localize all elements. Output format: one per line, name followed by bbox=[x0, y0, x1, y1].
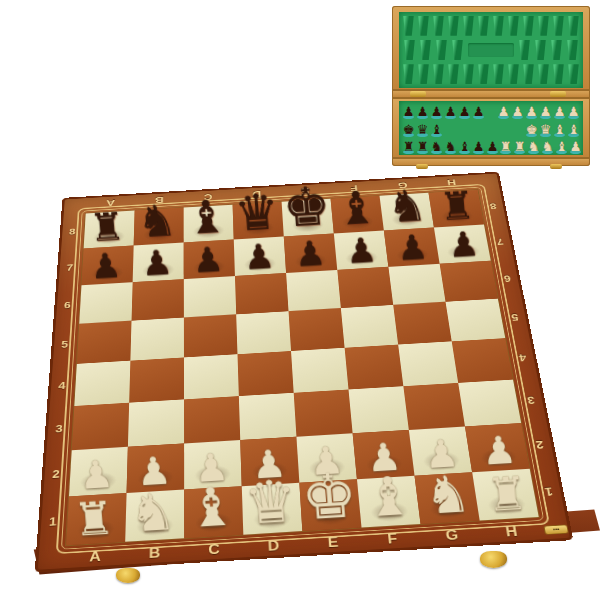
white-knight-g1: ♞ bbox=[416, 468, 479, 523]
square-d4 bbox=[237, 351, 293, 396]
rank-label-1: 1 bbox=[39, 497, 68, 547]
brass-hinge-icon bbox=[410, 91, 426, 97]
square-h1: ♜ bbox=[472, 469, 539, 521]
felt-slot bbox=[478, 16, 489, 36]
felt-slot bbox=[568, 16, 579, 36]
black-pawn-d7: ♟ bbox=[232, 238, 286, 275]
file-label-far-f: F bbox=[329, 180, 379, 198]
box-base: ♟♟♟♟♟♟♟♟♟♟♟♟♚♛♝♚♛♝♝♜♜♞♞♝♟♟♜♜♞♞♝♟ bbox=[392, 98, 590, 158]
brass-hinge-icon bbox=[550, 91, 566, 97]
stored-piece-row: ♟♟♟♟♟♟♟♟♟♟♟♟ bbox=[399, 102, 583, 119]
square-a6 bbox=[79, 282, 132, 323]
square-f6 bbox=[337, 267, 393, 308]
square-b2: ♟ bbox=[127, 443, 185, 493]
black-pawn-c7: ♟ bbox=[181, 241, 235, 278]
felt-slot bbox=[433, 16, 444, 36]
square-h7: ♟ bbox=[434, 225, 491, 264]
white-bishop-f1: ♝ bbox=[357, 469, 420, 526]
stored-light-piece: ♟ bbox=[497, 102, 510, 119]
lid-slot-row bbox=[399, 15, 583, 36]
white-pawn-e2: ♟ bbox=[296, 439, 357, 481]
square-g7: ♟ bbox=[384, 228, 440, 267]
square-a3 bbox=[72, 403, 129, 450]
felt-slot bbox=[523, 16, 534, 36]
stored-dark-pieces: ♜♜♞♞♝♟♟ bbox=[402, 137, 499, 154]
felt-slot bbox=[463, 64, 474, 84]
square-a1: ♜ bbox=[66, 493, 126, 545]
stored-dark-piece: ♚ bbox=[402, 120, 415, 137]
square-a5 bbox=[77, 321, 132, 364]
square-e6 bbox=[286, 270, 341, 311]
white-bishop-c1: ♝ bbox=[180, 480, 243, 537]
square-f4 bbox=[345, 345, 404, 390]
square-c2: ♟ bbox=[184, 440, 242, 490]
black-pawn-a7: ♟ bbox=[79, 247, 133, 284]
file-label-far-d: D bbox=[232, 185, 281, 203]
box-lid bbox=[392, 6, 590, 90]
felt-slot bbox=[508, 16, 519, 36]
felt-slot bbox=[452, 40, 463, 60]
square-b6 bbox=[132, 279, 184, 320]
board-perspective-wrap: ABCDEFGH ABCDEFGH 12345678 12345678 ▪▪▪ … bbox=[26, 238, 582, 558]
felt-slot bbox=[448, 64, 459, 84]
square-a2: ♟ bbox=[69, 447, 128, 497]
square-d2: ♟ bbox=[240, 437, 299, 487]
brass-foot-icon bbox=[416, 164, 428, 169]
felt-slot bbox=[493, 16, 504, 36]
rank-label-5: 5 bbox=[52, 324, 78, 366]
felt-slot bbox=[493, 64, 504, 84]
stored-dark-piece: ♟ bbox=[444, 102, 457, 119]
square-g3 bbox=[403, 383, 465, 430]
box-lid-felt bbox=[399, 12, 583, 88]
square-h2: ♟ bbox=[465, 423, 530, 472]
white-pawn-c2: ♟ bbox=[181, 446, 242, 488]
felt-slot bbox=[403, 64, 414, 84]
felt-slot bbox=[567, 40, 578, 60]
stored-dark-piece: ♞ bbox=[444, 137, 457, 154]
stored-light-pieces: ♟♟♟♟♟♟ bbox=[497, 102, 580, 119]
file-label-far-h: H bbox=[426, 174, 477, 192]
rank-label-6: 6 bbox=[55, 285, 80, 325]
felt-slot bbox=[535, 40, 546, 60]
stored-light-piece: ♟ bbox=[553, 102, 566, 119]
felt-slot bbox=[519, 40, 530, 60]
rank-label-4: 4 bbox=[49, 364, 75, 408]
stored-light-pieces: ♜♜♞♞♝♟ bbox=[499, 137, 582, 154]
felt-slot bbox=[418, 16, 429, 36]
brass-clasp-icon bbox=[480, 551, 507, 568]
square-c5 bbox=[184, 314, 238, 357]
stored-dark-piece: ♟ bbox=[486, 137, 499, 154]
stored-dark-piece: ♝ bbox=[458, 137, 471, 154]
stored-piece-row: ♚♛♝♚♛♝♝ bbox=[399, 120, 583, 137]
white-pawn-f2: ♟ bbox=[354, 436, 415, 478]
rank-label-8: 8 bbox=[60, 214, 84, 250]
square-f2: ♟ bbox=[353, 430, 415, 479]
brass-foot-icon bbox=[550, 164, 562, 169]
square-d7: ♟ bbox=[234, 237, 286, 277]
file-label-far-c: C bbox=[184, 188, 233, 206]
file-label-far-e: E bbox=[281, 182, 331, 200]
square-b4 bbox=[129, 357, 184, 402]
stored-light-piece: ♜ bbox=[499, 137, 512, 154]
square-g5 bbox=[393, 302, 452, 345]
square-b5 bbox=[130, 317, 184, 360]
felt-slot bbox=[404, 40, 415, 60]
stored-piece-row: ♜♜♞♞♝♟♟♜♜♞♞♝♟ bbox=[399, 137, 583, 154]
square-a4 bbox=[74, 361, 130, 406]
rank-label-7: 7 bbox=[58, 249, 82, 287]
felt-slot bbox=[448, 16, 459, 36]
square-g1: ♞ bbox=[415, 472, 480, 524]
white-pawn-b2: ♟ bbox=[124, 450, 185, 492]
white-rook-a1: ♜ bbox=[63, 495, 126, 544]
rank-label-2: 2 bbox=[42, 450, 70, 498]
square-f7: ♟ bbox=[334, 231, 389, 270]
box-hinge-seam bbox=[392, 90, 590, 98]
stored-light-piece: ♟ bbox=[569, 137, 582, 154]
product-photo: ♟♟♟♟♟♟♟♟♟♟♟♟♚♛♝♚♛♝♝♜♜♞♞♝♟♟♜♜♞♞♝♟ ABCDEFG… bbox=[0, 0, 600, 600]
square-d1: ♛ bbox=[242, 483, 303, 535]
stored-dark-pieces: ♟♟♟♟♟♟ bbox=[402, 102, 485, 119]
stored-light-piece: ♞ bbox=[527, 137, 540, 154]
file-label-far-g: G bbox=[378, 177, 429, 195]
square-a8: ♜ bbox=[84, 211, 135, 249]
stored-dark-piece: ♛ bbox=[416, 120, 429, 137]
square-g8: ♞ bbox=[380, 193, 434, 231]
stored-dark-piece: ♟ bbox=[472, 102, 485, 119]
felt-slot bbox=[538, 16, 549, 36]
white-king-e1: ♚ bbox=[297, 464, 361, 529]
felt-slot bbox=[523, 64, 534, 84]
black-pawn-h7: ♟ bbox=[437, 225, 491, 262]
stored-light-piece: ♟ bbox=[511, 102, 524, 119]
square-e5 bbox=[289, 308, 345, 351]
felt-slot bbox=[436, 40, 447, 60]
square-h6 bbox=[440, 261, 498, 302]
lid-slot-row bbox=[399, 64, 583, 85]
square-e1: ♚ bbox=[299, 479, 361, 531]
black-pawn-e7: ♟ bbox=[283, 235, 337, 272]
stored-dark-piece: ♟ bbox=[472, 137, 485, 154]
square-g2: ♟ bbox=[409, 426, 472, 475]
square-b3 bbox=[128, 399, 184, 446]
felt-slot bbox=[420, 40, 431, 60]
white-pawn-a2: ♟ bbox=[66, 453, 127, 495]
white-rook-h1: ♜ bbox=[476, 470, 539, 519]
felt-slot bbox=[538, 64, 549, 84]
square-d6 bbox=[235, 273, 289, 314]
stored-dark-piece: ♟ bbox=[430, 102, 443, 119]
stored-light-piece: ♝ bbox=[555, 137, 568, 154]
stored-light-piece: ♟ bbox=[539, 102, 552, 119]
square-c1: ♝ bbox=[184, 486, 243, 538]
felt-slot bbox=[463, 16, 474, 36]
stored-dark-piece: ♜ bbox=[416, 137, 429, 154]
stored-light-pieces: ♚♛♝♝ bbox=[525, 120, 580, 137]
square-c3 bbox=[184, 396, 240, 443]
square-d5 bbox=[236, 311, 291, 354]
stored-dark-piece: ♞ bbox=[430, 137, 443, 154]
white-pawn-h2: ♟ bbox=[469, 429, 530, 471]
white-pawn-g2: ♟ bbox=[411, 432, 472, 474]
stored-light-piece: ♝ bbox=[567, 120, 580, 137]
square-b7: ♟ bbox=[133, 243, 184, 283]
storage-box-inset: ♟♟♟♟♟♟♟♟♟♟♟♟♚♛♝♚♛♝♝♜♜♞♞♝♟♟♜♜♞♞♝♟ bbox=[392, 6, 590, 166]
box-base-felt: ♟♟♟♟♟♟♟♟♟♟♟♟♚♛♝♚♛♝♝♜♜♞♞♝♟♟♜♜♞♞♝♟ bbox=[399, 101, 583, 155]
stored-light-piece: ♟ bbox=[525, 102, 538, 119]
square-c8: ♝ bbox=[184, 205, 234, 243]
square-b1: ♞ bbox=[125, 490, 184, 542]
black-pawn-f7: ♟ bbox=[334, 232, 388, 269]
stored-dark-piece: ♟ bbox=[458, 102, 471, 119]
square-a7: ♟ bbox=[81, 246, 133, 286]
stored-light-piece: ♝ bbox=[553, 120, 566, 137]
square-g6 bbox=[388, 264, 445, 305]
embossed-logo-plate bbox=[468, 43, 514, 57]
square-d3 bbox=[239, 393, 297, 440]
maker-stamp-badge: ▪▪▪ bbox=[545, 525, 568, 534]
stored-dark-piece: ♟ bbox=[416, 102, 429, 119]
felt-slot bbox=[403, 16, 414, 36]
felt-slot bbox=[553, 64, 564, 84]
stored-dark-piece: ♜ bbox=[402, 137, 415, 154]
white-pawn-d2: ♟ bbox=[239, 443, 300, 485]
square-g4 bbox=[398, 341, 458, 386]
square-f3 bbox=[349, 386, 409, 433]
box-bottom-rim bbox=[392, 158, 590, 166]
chess-board: ABCDEFGH ABCDEFGH 12345678 12345678 ▪▪▪ … bbox=[35, 172, 574, 573]
black-pawn-g7: ♟ bbox=[386, 229, 440, 266]
square-e2: ♟ bbox=[296, 433, 357, 482]
felt-slot bbox=[433, 64, 444, 84]
stored-light-piece: ♞ bbox=[541, 137, 554, 154]
file-label-far-b: B bbox=[135, 191, 184, 209]
brass-clasp-icon bbox=[116, 568, 140, 583]
black-pawn-b7: ♟ bbox=[130, 244, 184, 281]
black-rook-h8: ♜ bbox=[431, 185, 484, 226]
white-knight-b1: ♞ bbox=[121, 486, 184, 541]
file-label-c: C bbox=[184, 536, 244, 562]
square-e3 bbox=[294, 389, 353, 436]
felt-slot bbox=[508, 64, 519, 84]
square-c4 bbox=[184, 354, 239, 399]
square-f5 bbox=[341, 305, 398, 348]
black-rook-a8: ♜ bbox=[81, 206, 134, 247]
stored-light-piece: ♜ bbox=[513, 137, 526, 154]
square-b8: ♞ bbox=[134, 208, 184, 246]
felt-slot bbox=[418, 64, 429, 84]
stored-dark-piece: ♟ bbox=[402, 102, 415, 119]
felt-slot bbox=[478, 64, 489, 84]
felt-slot bbox=[551, 40, 562, 60]
stored-light-piece: ♛ bbox=[539, 120, 552, 137]
square-f1: ♝ bbox=[357, 476, 421, 528]
stored-light-piece: ♚ bbox=[525, 120, 538, 137]
felt-slot bbox=[553, 16, 564, 36]
square-f8: ♝ bbox=[331, 196, 384, 234]
square-c7: ♟ bbox=[184, 240, 235, 280]
file-label-far-a: A bbox=[86, 194, 135, 212]
square-e7: ♟ bbox=[284, 234, 337, 273]
stored-dark-piece: ♝ bbox=[430, 120, 443, 137]
square-d8: ♛ bbox=[233, 202, 284, 240]
felt-slot bbox=[568, 64, 579, 84]
square-h5 bbox=[446, 299, 506, 342]
lid-slot-row bbox=[399, 40, 583, 61]
square-h3 bbox=[458, 380, 521, 427]
rank-label-3: 3 bbox=[45, 406, 72, 452]
stored-light-piece: ♟ bbox=[567, 102, 580, 119]
stored-dark-pieces: ♚♛♝ bbox=[402, 120, 443, 137]
